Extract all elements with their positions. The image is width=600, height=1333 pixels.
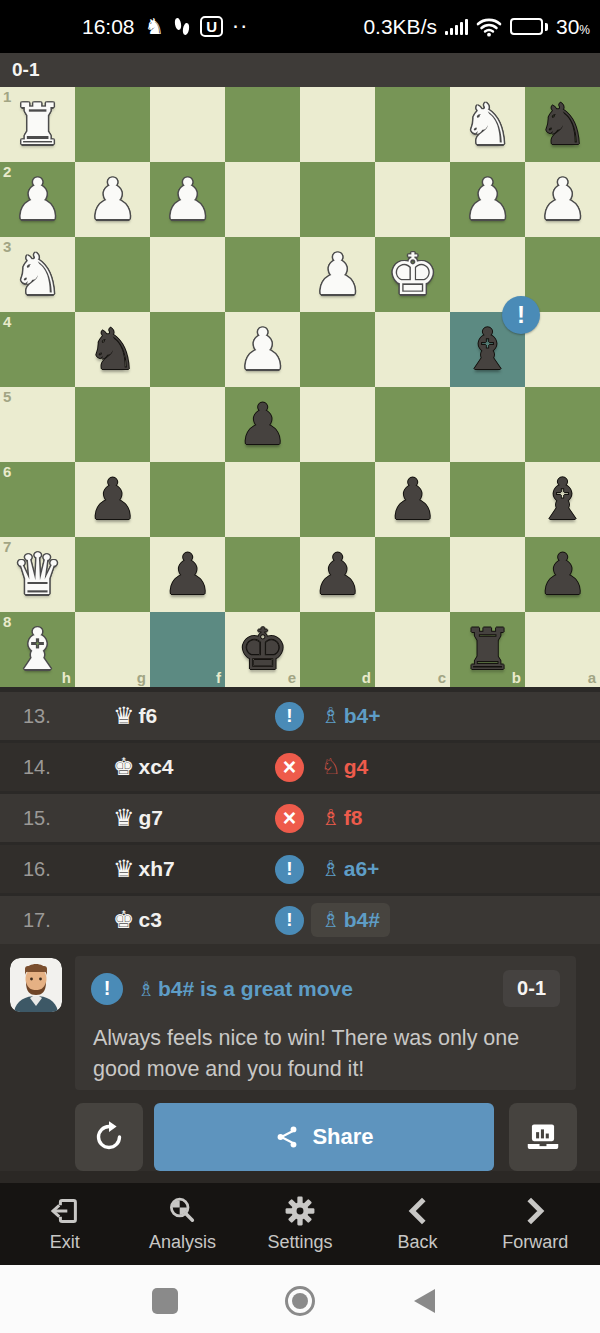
- piece-wP-d3: ♟: [300, 237, 375, 312]
- square-d1[interactable]: [300, 87, 375, 162]
- move-row-15[interactable]: 15. ♛ g7 × ♗ f8: [0, 794, 600, 842]
- square-f7[interactable]: ♟: [150, 537, 225, 612]
- white-move[interactable]: ♚ c3: [113, 908, 275, 932]
- nav-item-analysis[interactable]: Analysis: [127, 1196, 237, 1253]
- nav-label: Forward: [502, 1232, 568, 1253]
- mistake-badge: ×: [275, 804, 304, 833]
- square-f3[interactable]: [150, 237, 225, 312]
- piece-wP-h2: ♟: [0, 162, 75, 237]
- square-b6[interactable]: [450, 462, 525, 537]
- move-number: 13.: [23, 705, 113, 728]
- file-label: g: [137, 669, 146, 686]
- nav-item-exit[interactable]: Exit: [10, 1196, 120, 1253]
- square-f8[interactable]: f: [150, 612, 225, 687]
- black-move[interactable]: ♗ f8: [321, 806, 362, 830]
- bottom-nav: Exit Analysis: [0, 1183, 600, 1265]
- white-queen-glyph: ♛: [113, 857, 135, 881]
- great-move-badge: !: [275, 906, 304, 935]
- comment-section: ! ♗ b4# is a great move 0-1 Always feels…: [0, 947, 600, 1097]
- square-c1[interactable]: [375, 87, 450, 162]
- bishop-glyph: ♗: [321, 858, 341, 880]
- comment-body: Always feels nice to win! There was only…: [93, 1023, 553, 1085]
- piece-bN-g4: ♞: [75, 312, 150, 387]
- black-move[interactable]: ♘ g4: [321, 755, 368, 779]
- avatar[interactable]: [10, 958, 62, 1012]
- white-move-san: f6: [139, 704, 158, 728]
- piece-wR-h1: ♜: [0, 87, 75, 162]
- square-h5[interactable]: 5: [0, 387, 75, 462]
- bishop-glyph: ♗: [321, 807, 341, 829]
- mistake-badge: ×: [275, 753, 304, 782]
- system-navigation-bar: [0, 1265, 600, 1333]
- game-result: 0-1: [12, 59, 39, 81]
- black-move-san: b4+: [344, 704, 381, 728]
- piece-wP-a2: ♟: [525, 162, 600, 237]
- nav-item-settings[interactable]: Settings: [245, 1196, 355, 1253]
- white-move[interactable]: ♛ g7: [113, 806, 275, 830]
- move-row-16[interactable]: 16. ♛ xh7 ! ♗ a6+: [0, 845, 600, 893]
- square-g4[interactable]: ♞: [75, 312, 150, 387]
- square-a2[interactable]: ♟: [525, 162, 600, 237]
- black-move-selected[interactable]: ♗ b4#: [321, 903, 390, 937]
- square-e7[interactable]: [225, 537, 300, 612]
- square-d4[interactable]: [300, 312, 375, 387]
- nav-label: Analysis: [149, 1232, 216, 1253]
- black-move-san: f8: [344, 806, 363, 830]
- square-f1[interactable]: [150, 87, 225, 162]
- square-a6[interactable]: ♝: [525, 462, 600, 537]
- square-a1[interactable]: ♞: [525, 87, 600, 162]
- piece-wP-b2: ♟: [450, 162, 525, 237]
- great-move-badge: !: [275, 702, 304, 731]
- square-c5[interactable]: [375, 387, 450, 462]
- piece-bN-a1: ♞: [525, 87, 600, 162]
- nav-item-back[interactable]: Back: [363, 1196, 473, 1253]
- retry-button[interactable]: [75, 1103, 143, 1171]
- board[interactable]: 1♜♞♞2♟♟♟♟♟3♞♟♚4♞♟♝!5♟6♟♟♝7♛♟♟♟8h♝gfe♚dcb…: [0, 87, 600, 687]
- square-d7[interactable]: ♟: [300, 537, 375, 612]
- square-h3[interactable]: 3♞: [0, 237, 75, 312]
- white-move-san: xc4: [139, 755, 174, 779]
- square-e4[interactable]: ♟: [225, 312, 300, 387]
- square-g2[interactable]: ♟: [75, 162, 150, 237]
- wifi-icon: [476, 17, 502, 37]
- status-bar: 16:08 ♞ U ·· 0.3KB/s 30%: [0, 0, 600, 53]
- black-move-san: b4#: [344, 908, 380, 932]
- square-h2[interactable]: 2♟: [0, 162, 75, 237]
- piece-wN-b1: ♞: [450, 87, 525, 162]
- square-f2[interactable]: ♟: [150, 162, 225, 237]
- back-button[interactable]: [414, 1289, 435, 1313]
- square-c6[interactable]: ♟: [375, 462, 450, 537]
- black-move[interactable]: ♗ b4+: [321, 704, 381, 728]
- file-label: c: [438, 669, 446, 686]
- square-a7[interactable]: ♟: [525, 537, 600, 612]
- square-d3[interactable]: ♟: [300, 237, 375, 312]
- piece-bP-g6: ♟: [75, 462, 150, 537]
- piece-bP-d7: ♟: [300, 537, 375, 612]
- app-screen: 16:08 ♞ U ·· 0.3KB/s 30% 0-1: [0, 0, 600, 1333]
- action-buttons: Share: [0, 1097, 600, 1171]
- square-e5[interactable]: ♟: [225, 387, 300, 462]
- square-e3[interactable]: [225, 237, 300, 312]
- white-king-glyph: ♚: [113, 908, 135, 932]
- black-move-san: g4: [344, 755, 369, 779]
- square-c3[interactable]: ♚: [375, 237, 450, 312]
- comment-card: ! ♗ b4# is a great move 0-1 Always feels…: [75, 956, 576, 1090]
- piece-bP-e5: ♟: [225, 387, 300, 462]
- move-list: 13. ♛ f6 ! ♗ b4+ 14. ♚ xc4 × ♘ g4: [0, 687, 600, 944]
- square-d5[interactable]: [300, 387, 375, 462]
- square-g8[interactable]: g: [75, 612, 150, 687]
- white-move[interactable]: ♛ f6: [113, 704, 275, 728]
- move-row-13[interactable]: 13. ♛ f6 ! ♗ b4+: [0, 692, 600, 740]
- square-f6[interactable]: [150, 462, 225, 537]
- square-b8[interactable]: b♜: [450, 612, 525, 687]
- square-d2[interactable]: [300, 162, 375, 237]
- notification-dots-icon: ··: [233, 18, 250, 36]
- white-move[interactable]: ♛ xh7: [113, 857, 275, 881]
- square-e6[interactable]: [225, 462, 300, 537]
- square-a3[interactable]: [525, 237, 600, 312]
- move-row-17[interactable]: 17. ♚ c3 ! ♗ b4#: [0, 896, 600, 944]
- square-f4[interactable]: [150, 312, 225, 387]
- network-speed: 0.3KB/s: [363, 15, 437, 39]
- piece-wB-h8: ♝: [0, 612, 75, 687]
- result-header: 0-1: [0, 53, 600, 87]
- black-move[interactable]: ♗ a6+: [321, 857, 379, 881]
- battery-percent: 30%: [556, 15, 590, 39]
- nav-label: Settings: [267, 1232, 332, 1253]
- square-h1[interactable]: 1♜: [0, 87, 75, 162]
- square-e8[interactable]: e♚: [225, 612, 300, 687]
- square-g3[interactable]: [75, 237, 150, 312]
- square-h4[interactable]: 4: [0, 312, 75, 387]
- share-button[interactable]: Share: [154, 1103, 494, 1171]
- square-c8[interactable]: c: [375, 612, 450, 687]
- move-row-14[interactable]: 14. ♚ xc4 × ♘ g4: [0, 743, 600, 791]
- file-label: f: [216, 669, 221, 686]
- square-b5[interactable]: [450, 387, 525, 462]
- square-f5[interactable]: [150, 387, 225, 462]
- battery-icon: [510, 18, 548, 35]
- piece-wP-f2: ♟: [150, 162, 225, 237]
- chevron-left-icon: [405, 1196, 431, 1226]
- square-e2[interactable]: [225, 162, 300, 237]
- white-move-san: c3: [139, 908, 162, 932]
- piece-bB-a6: ♝: [525, 462, 600, 537]
- horse-icon: ♞: [145, 16, 165, 38]
- piece-bP-f7: ♟: [150, 537, 225, 612]
- piece-bP-a7: ♟: [525, 537, 600, 612]
- square-h8[interactable]: 8h♝: [0, 612, 75, 687]
- square-g7[interactable]: [75, 537, 150, 612]
- piece-bP-c6: ♟: [375, 462, 450, 537]
- piece-wN-h3: ♞: [0, 237, 75, 312]
- white-king-glyph: ♚: [113, 755, 135, 779]
- square-g1[interactable]: [75, 87, 150, 162]
- bishop-glyph: ♗: [137, 979, 155, 999]
- nav-label: Exit: [50, 1232, 80, 1253]
- signal-bars-icon: [445, 18, 468, 35]
- share-label: Share: [312, 1124, 373, 1150]
- recent-apps-button[interactable]: [152, 1288, 178, 1314]
- square-a5[interactable]: [525, 387, 600, 462]
- rank-label: 6: [3, 463, 11, 480]
- rank-label: 5: [3, 388, 11, 405]
- footprints-icon: [174, 16, 190, 38]
- nav-item-forward[interactable]: Forward: [480, 1196, 590, 1253]
- file-label: d: [362, 669, 371, 686]
- square-h7[interactable]: 7♛: [0, 537, 75, 612]
- piece-bR-b8: ♜: [450, 612, 525, 687]
- gap-strip: [0, 1171, 600, 1183]
- piece-bK-e8: ♚: [225, 612, 300, 687]
- square-c4[interactable]: [375, 312, 450, 387]
- clock: 16:08: [82, 15, 135, 39]
- nav-label: Back: [398, 1232, 438, 1253]
- rank-label: 4: [3, 313, 11, 330]
- chevron-right-icon: [522, 1196, 548, 1226]
- white-move-san: xh7: [139, 857, 175, 881]
- square-h6[interactable]: 6: [0, 462, 75, 537]
- analysis-icon: [167, 1196, 197, 1226]
- move-number: 14.: [23, 756, 113, 779]
- white-move-san: g7: [139, 806, 164, 830]
- computer-analysis-button[interactable]: [509, 1103, 577, 1171]
- black-move-san: a6+: [344, 857, 380, 881]
- exit-icon: [50, 1196, 80, 1226]
- square-g6[interactable]: ♟: [75, 462, 150, 537]
- piece-wP-g2: ♟: [75, 162, 150, 237]
- square-b7[interactable]: [450, 537, 525, 612]
- file-label: a: [588, 669, 596, 686]
- white-move[interactable]: ♚ xc4: [113, 755, 275, 779]
- comment-title: ♗ b4# is a great move: [137, 977, 353, 1001]
- knight-glyph: ♘: [321, 756, 341, 778]
- move-number: 16.: [23, 858, 113, 881]
- piece-wP-e4: ♟: [225, 312, 300, 387]
- move-number: 15.: [23, 807, 113, 830]
- piece-wQ-h7: ♛: [0, 537, 75, 612]
- square-e1[interactable]: [225, 87, 300, 162]
- laptop-chart-icon: [525, 1121, 561, 1153]
- square-c7[interactable]: [375, 537, 450, 612]
- square-b1[interactable]: ♞: [450, 87, 525, 162]
- selected-move-pill: ♗ b4#: [311, 903, 390, 937]
- square-g5[interactable]: [75, 387, 150, 462]
- great-move-badge: !: [91, 973, 123, 1005]
- bishop-glyph: ♗: [321, 909, 341, 931]
- white-queen-glyph: ♛: [113, 704, 135, 728]
- white-queen-glyph: ♛: [113, 806, 135, 830]
- refresh-icon: [92, 1120, 126, 1154]
- square-c2[interactable]: [375, 162, 450, 237]
- piece-wK-c3: ♚: [375, 237, 450, 312]
- sim-u-icon: U: [200, 16, 223, 37]
- result-badge: 0-1: [503, 970, 560, 1007]
- square-a8[interactable]: a: [525, 612, 600, 687]
- share-icon: [274, 1124, 300, 1150]
- square-d6[interactable]: [300, 462, 375, 537]
- bishop-glyph: ♗: [321, 705, 341, 727]
- move-number: 17.: [23, 909, 113, 932]
- gear-icon: [285, 1196, 315, 1226]
- square-b2[interactable]: ♟: [450, 162, 525, 237]
- home-button[interactable]: [285, 1286, 315, 1316]
- square-b4[interactable]: ♝!: [450, 312, 525, 387]
- great-move-badge: !: [275, 855, 304, 884]
- great-move-board-badge: !: [502, 296, 540, 334]
- square-d8[interactable]: d: [300, 612, 375, 687]
